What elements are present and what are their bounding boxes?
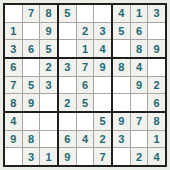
cell-r3c9: 9 xyxy=(148,40,165,57)
cell-r9c2: 3 xyxy=(23,148,40,165)
sudoku-board: 7819365523144135689627538937962584926498… xyxy=(3,3,167,167)
cell-r4c7: 8 xyxy=(113,59,130,76)
cell-r9c4: 9 xyxy=(59,148,76,165)
cell-r8c2: 8 xyxy=(23,131,40,148)
cell-r7c4[interactable] xyxy=(59,113,76,130)
cell-r7c2[interactable] xyxy=(23,113,40,130)
cell-r2c7: 5 xyxy=(113,23,130,40)
cell-r4c3: 2 xyxy=(40,59,57,76)
cell-r2c9[interactable] xyxy=(148,23,165,40)
cell-r4c8: 4 xyxy=(131,59,148,76)
cell-r1c6[interactable] xyxy=(94,5,111,22)
cell-r4c9[interactable] xyxy=(148,59,165,76)
cell-r5c1: 7 xyxy=(5,77,22,94)
cell-r3c2: 6 xyxy=(23,40,40,57)
cell-r8c8[interactable] xyxy=(131,131,148,148)
cell-r7c6: 5 xyxy=(94,113,111,130)
cell-r2c1: 1 xyxy=(5,23,22,40)
box-6: 84926 xyxy=(113,59,165,111)
cell-r1c5[interactable] xyxy=(77,5,94,22)
cell-r9c3: 1 xyxy=(40,148,57,165)
box-5: 379625 xyxy=(59,59,111,111)
cell-r2c3: 9 xyxy=(40,23,57,40)
cell-r4c4: 3 xyxy=(59,59,76,76)
cell-r5c8: 9 xyxy=(131,77,148,94)
cell-r8c9: 1 xyxy=(148,131,165,148)
cell-r9c7[interactable] xyxy=(113,148,130,165)
cell-r9c6: 7 xyxy=(94,148,111,165)
cell-r5c7[interactable] xyxy=(113,77,130,94)
box-9: 9783124 xyxy=(113,113,165,165)
cell-r2c2[interactable] xyxy=(23,23,40,40)
cell-r3c5: 1 xyxy=(77,40,94,57)
cell-r6c5: 5 xyxy=(77,94,94,111)
cell-r6c7[interactable] xyxy=(113,94,130,111)
cell-r3c6: 4 xyxy=(94,40,111,57)
box-3: 4135689 xyxy=(113,5,165,57)
cell-r6c9: 6 xyxy=(148,94,165,111)
cell-r2c4[interactable] xyxy=(59,23,76,40)
box-2: 52314 xyxy=(59,5,111,57)
box-7: 49831 xyxy=(5,113,57,165)
cell-r3c7[interactable] xyxy=(113,40,130,57)
cell-r5c6[interactable] xyxy=(94,77,111,94)
cell-r8c4: 6 xyxy=(59,131,76,148)
cell-r8c5: 4 xyxy=(77,131,94,148)
cell-r1c4: 5 xyxy=(59,5,76,22)
cell-r9c5[interactable] xyxy=(77,148,94,165)
cell-r8c1: 9 xyxy=(5,131,22,148)
cell-r7c3[interactable] xyxy=(40,113,57,130)
cell-r1c2: 7 xyxy=(23,5,40,22)
cell-r7c1: 4 xyxy=(5,113,22,130)
cell-r7c7: 9 xyxy=(113,113,130,130)
cell-r3c3: 5 xyxy=(40,40,57,57)
cell-r3c1: 3 xyxy=(5,40,22,57)
cell-r6c4: 2 xyxy=(59,94,76,111)
cell-r7c9: 8 xyxy=(148,113,165,130)
cell-r5c2: 5 xyxy=(23,77,40,94)
cell-r1c3: 8 xyxy=(40,5,57,22)
cell-r8c3[interactable] xyxy=(40,131,57,148)
box-8: 564297 xyxy=(59,113,111,165)
cell-r2c6: 3 xyxy=(94,23,111,40)
cell-r5c9: 2 xyxy=(148,77,165,94)
cell-r1c9: 3 xyxy=(148,5,165,22)
cell-r6c3[interactable] xyxy=(40,94,57,111)
cell-r5c4[interactable] xyxy=(59,77,76,94)
cell-r5c3: 3 xyxy=(40,77,57,94)
cell-r4c5: 7 xyxy=(77,59,94,76)
cell-r7c5[interactable] xyxy=(77,113,94,130)
cell-r1c1[interactable] xyxy=(5,5,22,22)
cell-r7c8: 7 xyxy=(131,113,148,130)
box-4: 6275389 xyxy=(5,59,57,111)
cell-r4c1: 6 xyxy=(5,59,22,76)
cell-r6c6[interactable] xyxy=(94,94,111,111)
cell-r3c8: 8 xyxy=(131,40,148,57)
cell-r9c9: 4 xyxy=(148,148,165,165)
cell-r3c4[interactable] xyxy=(59,40,76,57)
cell-r1c8: 1 xyxy=(131,5,148,22)
cell-r9c8: 2 xyxy=(131,148,148,165)
cell-r2c8: 6 xyxy=(131,23,148,40)
cell-r1c7: 4 xyxy=(113,5,130,22)
cell-r5c5: 6 xyxy=(77,77,94,94)
cell-r4c6: 9 xyxy=(94,59,111,76)
cell-r8c6: 2 xyxy=(94,131,111,148)
cell-r2c5: 2 xyxy=(77,23,94,40)
cell-r6c2: 9 xyxy=(23,94,40,111)
box-1: 7819365 xyxy=(5,5,57,57)
cell-r4c2[interactable] xyxy=(23,59,40,76)
cell-r6c1: 8 xyxy=(5,94,22,111)
cell-r8c7: 3 xyxy=(113,131,130,148)
cell-r6c8[interactable] xyxy=(131,94,148,111)
cell-r9c1[interactable] xyxy=(5,148,22,165)
